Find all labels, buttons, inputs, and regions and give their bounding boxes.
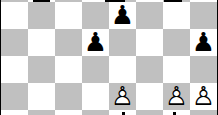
square-h3[interactable]: ♟♙ xyxy=(190,83,217,110)
white-pawn: ♟♙ xyxy=(190,83,217,110)
square-e4[interactable] xyxy=(109,56,136,83)
clipped-piece-top-e2 xyxy=(122,112,125,115)
white-pawn-outline: ♙ xyxy=(109,83,136,110)
square-b6[interactable] xyxy=(28,2,55,29)
square-d5[interactable]: ♟ xyxy=(82,29,109,56)
square-d3[interactable] xyxy=(82,83,109,110)
square-h6[interactable] xyxy=(190,2,217,29)
square-h4[interactable] xyxy=(190,56,217,83)
chess-board: ♟♟♟♟♙♟♙♟♙ xyxy=(0,0,218,115)
white-pawn: ♟♙ xyxy=(163,83,190,110)
clipped-square xyxy=(82,110,109,115)
square-g5[interactable] xyxy=(163,29,190,56)
square-e5[interactable] xyxy=(109,29,136,56)
square-d4[interactable] xyxy=(82,56,109,83)
square-g4[interactable] xyxy=(163,56,190,83)
square-c5[interactable] xyxy=(55,29,82,56)
square-f6[interactable] xyxy=(136,2,163,29)
black-pawn: ♟ xyxy=(109,2,136,29)
black-pawn: ♟ xyxy=(190,29,217,56)
square-d6[interactable] xyxy=(82,2,109,29)
board-grid: ♟♟♟♟♙♟♙♟♙ xyxy=(1,2,217,110)
square-e6[interactable]: ♟ xyxy=(109,2,136,29)
square-b5[interactable] xyxy=(28,29,55,56)
white-pawn-outline: ♙ xyxy=(190,83,217,110)
square-c6[interactable] xyxy=(55,2,82,29)
clipped-piece-top-g2 xyxy=(173,112,176,115)
square-b4[interactable] xyxy=(28,56,55,83)
square-f5[interactable] xyxy=(136,29,163,56)
square-a6[interactable] xyxy=(1,2,28,29)
clipped-square xyxy=(163,110,190,115)
square-e3[interactable]: ♟♙ xyxy=(109,83,136,110)
clipped-square xyxy=(55,110,82,115)
square-b3[interactable] xyxy=(28,83,55,110)
white-pawn: ♟♙ xyxy=(109,83,136,110)
square-g6[interactable] xyxy=(163,2,190,29)
clipped-square xyxy=(1,110,28,115)
square-f3[interactable] xyxy=(136,83,163,110)
square-a4[interactable] xyxy=(1,56,28,83)
square-c4[interactable] xyxy=(55,56,82,83)
clipped-square xyxy=(190,110,217,115)
square-f4[interactable] xyxy=(136,56,163,83)
square-c3[interactable] xyxy=(55,83,82,110)
square-a3[interactable] xyxy=(1,83,28,110)
clipped-rank-2 xyxy=(1,110,217,115)
black-pawn: ♟ xyxy=(82,29,109,56)
clipped-square xyxy=(136,110,163,115)
square-a5[interactable] xyxy=(1,29,28,56)
white-pawn-outline: ♙ xyxy=(163,83,190,110)
square-g3[interactable]: ♟♙ xyxy=(163,83,190,110)
square-h5[interactable]: ♟ xyxy=(190,29,217,56)
clipped-square xyxy=(28,110,55,115)
